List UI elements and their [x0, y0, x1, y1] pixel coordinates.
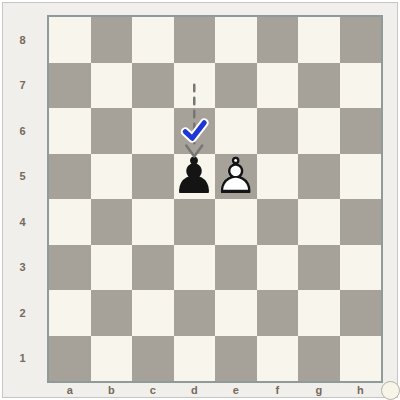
rank-label-5: 5	[0, 154, 45, 200]
square-g7[interactable]	[298, 63, 340, 109]
file-label-g: g	[298, 382, 340, 398]
square-e8[interactable]	[215, 17, 257, 63]
square-g8[interactable]	[298, 17, 340, 63]
file-label-f: f	[257, 382, 299, 398]
square-a7[interactable]	[49, 63, 91, 109]
black-pawn[interactable]: ♟	[174, 154, 216, 200]
square-h7[interactable]	[340, 63, 382, 109]
square-h4[interactable]	[340, 199, 382, 245]
square-h6[interactable]	[340, 108, 382, 154]
square-f8[interactable]	[257, 17, 299, 63]
square-f6[interactable]	[257, 108, 299, 154]
square-f5[interactable]	[257, 154, 299, 200]
file-label-e: e	[215, 382, 257, 398]
square-h8[interactable]	[340, 17, 382, 63]
square-h3[interactable]	[340, 245, 382, 291]
square-a6[interactable]	[49, 108, 91, 154]
square-c8[interactable]	[132, 17, 174, 63]
square-g4[interactable]	[298, 199, 340, 245]
square-g3[interactable]	[298, 245, 340, 291]
chess-lesson-page: 87654321 ♟♟♙ abcdefgh	[0, 0, 400, 400]
white-pawn[interactable]: ♟♙	[215, 154, 257, 200]
square-c6[interactable]	[132, 108, 174, 154]
square-a8[interactable]	[49, 17, 91, 63]
square-d3[interactable]	[174, 245, 216, 291]
square-f7[interactable]	[257, 63, 299, 109]
square-f2[interactable]	[257, 290, 299, 336]
square-e7[interactable]	[215, 63, 257, 109]
file-labels: abcdefgh	[49, 382, 381, 398]
square-c2[interactable]	[132, 290, 174, 336]
square-b7[interactable]	[91, 63, 133, 109]
square-b6[interactable]	[91, 108, 133, 154]
square-e4[interactable]	[215, 199, 257, 245]
square-h2[interactable]	[340, 290, 382, 336]
square-e3[interactable]	[215, 245, 257, 291]
square-e1[interactable]	[215, 336, 257, 382]
file-label-c: c	[132, 382, 174, 398]
square-d8[interactable]	[174, 17, 216, 63]
square-h5[interactable]	[340, 154, 382, 200]
square-c1[interactable]	[132, 336, 174, 382]
corner-circle-icon	[381, 381, 400, 400]
square-d4[interactable]	[174, 199, 216, 245]
rank-label-2: 2	[0, 290, 45, 336]
square-b1[interactable]	[91, 336, 133, 382]
square-a1[interactable]	[49, 336, 91, 382]
square-f4[interactable]	[257, 199, 299, 245]
square-g1[interactable]	[298, 336, 340, 382]
square-d7[interactable]	[174, 63, 216, 109]
square-d1[interactable]	[174, 336, 216, 382]
square-b3[interactable]	[91, 245, 133, 291]
chess-board: ♟♟♙	[47, 15, 383, 383]
square-b5[interactable]	[91, 154, 133, 200]
square-d5[interactable]: ♟	[174, 154, 216, 200]
file-label-h: h	[340, 382, 382, 398]
square-a5[interactable]	[49, 154, 91, 200]
square-a3[interactable]	[49, 245, 91, 291]
square-b8[interactable]	[91, 17, 133, 63]
black-pawn-glyph: ♟	[174, 154, 216, 200]
file-label-d: d	[174, 382, 216, 398]
square-g5[interactable]	[298, 154, 340, 200]
square-c5[interactable]	[132, 154, 174, 200]
square-g2[interactable]	[298, 290, 340, 336]
square-e2[interactable]	[215, 290, 257, 336]
rank-label-8: 8	[0, 17, 45, 63]
square-b4[interactable]	[91, 199, 133, 245]
white-pawn-outline: ♙	[215, 154, 257, 200]
square-a4[interactable]	[49, 199, 91, 245]
rank-label-7: 7	[0, 63, 45, 109]
square-f3[interactable]	[257, 245, 299, 291]
square-d2[interactable]	[174, 290, 216, 336]
rank-label-3: 3	[0, 245, 45, 291]
square-c7[interactable]	[132, 63, 174, 109]
square-b2[interactable]	[91, 290, 133, 336]
rank-label-6: 6	[0, 108, 45, 154]
square-f1[interactable]	[257, 336, 299, 382]
square-c4[interactable]	[132, 199, 174, 245]
square-h1[interactable]	[340, 336, 382, 382]
rank-labels: 87654321	[0, 17, 45, 381]
rank-label-1: 1	[0, 336, 45, 382]
square-e5[interactable]: ♟♙	[215, 154, 257, 200]
square-a2[interactable]	[49, 290, 91, 336]
file-label-b: b	[91, 382, 133, 398]
square-c3[interactable]	[132, 245, 174, 291]
square-g6[interactable]	[298, 108, 340, 154]
rank-label-4: 4	[0, 199, 45, 245]
file-label-a: a	[49, 382, 91, 398]
